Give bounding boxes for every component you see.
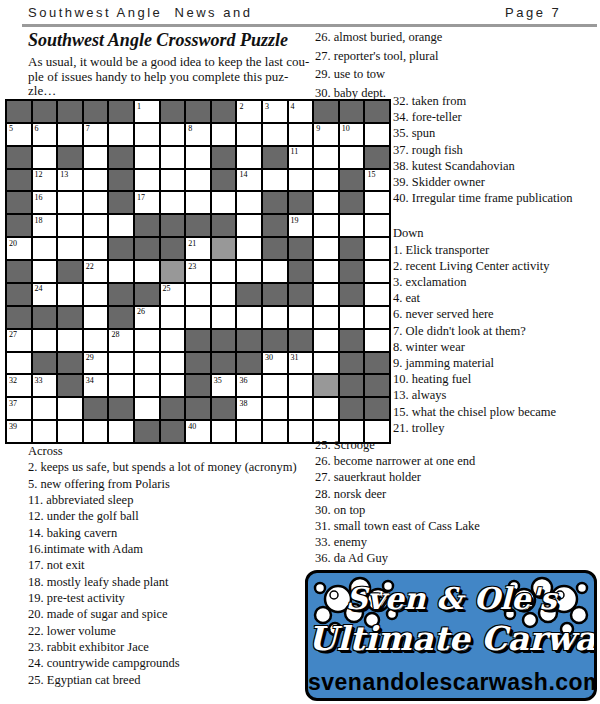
grid-cell[interactable]: 22 (84, 261, 108, 282)
grid-cell[interactable]: 30 (263, 353, 287, 374)
grid-cell[interactable] (212, 261, 236, 282)
grid-cell[interactable] (33, 261, 57, 282)
grid-cell[interactable] (365, 284, 389, 305)
block-cell (212, 215, 236, 236)
clue-line: 29. use to tow (315, 65, 442, 84)
clue-line: 1. Elick transporter (393, 242, 598, 258)
grid-cell[interactable]: 37 (7, 398, 31, 419)
grid-cell[interactable] (58, 421, 82, 442)
cell-number: 40 (186, 421, 210, 431)
grid-cell[interactable] (109, 261, 133, 282)
down-section-label: Down (393, 225, 598, 241)
grid-cell[interactable] (33, 398, 57, 419)
clue-line: 10. heating fuel (393, 371, 598, 387)
grid-cell[interactable]: 35 (212, 375, 236, 396)
grid-cell[interactable]: 18 (33, 215, 57, 236)
clue-line: 40. Irregular time frame publication (393, 190, 598, 206)
clue-line: 3. exclamation (393, 274, 598, 290)
grid-cell[interactable] (365, 238, 389, 259)
clue-line: 8. winter wear (393, 339, 598, 355)
block-cell (340, 101, 364, 122)
clue-line: 19. pre-test activity (28, 590, 318, 606)
grid-cell[interactable]: 20 (7, 238, 31, 259)
crossword-grid: 1234567891011121314151617181920212223242… (5, 99, 391, 444)
grid-cell[interactable] (314, 147, 338, 168)
block-cell (58, 147, 82, 168)
clue-line: 35. spun (393, 125, 598, 141)
grid-cell[interactable] (161, 192, 185, 213)
cell-number: 27 (7, 330, 31, 340)
clue-line: 17. not exit (28, 557, 318, 573)
grid-cell[interactable]: 1 (135, 101, 159, 122)
cell-number: 5 (7, 124, 31, 134)
grid-cell[interactable]: 10 (340, 124, 364, 145)
block-cell (340, 192, 364, 213)
block-cell (289, 238, 313, 259)
grid-cell[interactable]: 28 (109, 330, 133, 351)
grid-cell[interactable] (161, 124, 185, 145)
clue-line: 26. become narrower at one end (315, 453, 595, 469)
grid-cell[interactable] (237, 192, 261, 213)
cell-number: 16 (33, 192, 57, 202)
grid-cell[interactable] (289, 398, 313, 419)
intro-paragraph: As usual, it would be a good idea to kee… (28, 55, 309, 99)
clue-line: 14. baking cavern (28, 525, 318, 541)
cell-number: 8 (186, 124, 210, 134)
grid-cell[interactable] (314, 238, 338, 259)
block-cell (237, 330, 261, 351)
block-cell (135, 238, 159, 259)
clue-line: 33. enemy (315, 534, 595, 550)
block-cell (109, 238, 133, 259)
grid-cell[interactable] (289, 307, 313, 328)
grid-cell[interactable] (314, 215, 338, 236)
grid-cell[interactable] (84, 330, 108, 351)
block-cell (7, 284, 31, 305)
grid-cell[interactable]: 13 (58, 170, 82, 191)
grid-cell[interactable] (314, 398, 338, 419)
grid-cell[interactable] (135, 330, 159, 351)
block-cell (212, 330, 236, 351)
grid-cell[interactable]: 9 (314, 124, 338, 145)
grid-cell[interactable] (161, 353, 185, 374)
grid-cell[interactable]: 12 (33, 170, 57, 191)
cell-number: 13 (58, 170, 82, 180)
grid-cell[interactable] (161, 375, 185, 396)
cell-number: 22 (84, 261, 108, 271)
grid-cell[interactable] (365, 330, 389, 351)
block-cell (7, 261, 31, 282)
grid-cell[interactable] (289, 375, 313, 396)
clue-line: 27. sauerkraut holder (315, 469, 595, 485)
grid-cell[interactable] (33, 147, 57, 168)
block-cell (212, 353, 236, 374)
cell-number: 36 (237, 375, 261, 385)
grid-cell[interactable] (365, 124, 389, 145)
page-number: Page 7 (505, 5, 561, 20)
cell-number: 9 (314, 124, 338, 134)
block-cell (263, 147, 287, 168)
grid-cell[interactable] (212, 284, 236, 305)
cell-number: 35 (212, 375, 236, 385)
grid-cell[interactable] (237, 124, 261, 145)
grid-cell[interactable] (135, 398, 159, 419)
grid-cell[interactable] (161, 330, 185, 351)
across-section-label: Across (28, 443, 318, 459)
newsletter-name: Southwest Angle News and (28, 5, 252, 20)
cell-number: 26 (135, 307, 159, 317)
grid-cell[interactable] (212, 192, 236, 213)
grid-cell[interactable]: 34 (84, 375, 108, 396)
block-cell (263, 215, 287, 236)
clue-line: 15. what the chisel plow became (393, 404, 598, 420)
cell-number: 19 (289, 215, 313, 225)
block-cell (365, 353, 389, 374)
cell-number: 1 (135, 101, 159, 111)
clue-line: 4. eat (393, 290, 598, 306)
grid-cell[interactable] (58, 398, 82, 419)
grid-cell[interactable]: 15 (365, 170, 389, 191)
grid-cell[interactable] (33, 238, 57, 259)
grid-cell[interactable]: 7 (84, 124, 108, 145)
block-cell (7, 215, 31, 236)
block-cell (7, 307, 31, 328)
block-cell (186, 353, 210, 374)
block-cell (7, 101, 31, 122)
grid-cell[interactable] (84, 421, 108, 442)
clue-line: 7. Ole didn't look at them? (393, 323, 598, 339)
grid-cell[interactable] (365, 307, 389, 328)
grid-cell[interactable] (263, 261, 287, 282)
grid-cell[interactable] (84, 284, 108, 305)
grid-cell[interactable] (237, 261, 261, 282)
clue-line: 25. Egyptian cat breed (28, 672, 318, 688)
grid-cell[interactable] (237, 215, 261, 236)
block-cell (84, 398, 108, 419)
block-cell (135, 215, 159, 236)
block-cell (263, 238, 287, 259)
grid-cell[interactable]: 32 (7, 375, 31, 396)
cell-number: 14 (237, 170, 261, 180)
grid-cell[interactable] (186, 170, 210, 191)
block-cell (186, 215, 210, 236)
block-cell (263, 192, 287, 213)
block-cell (314, 101, 338, 122)
block-cell (340, 398, 364, 419)
grid-cell[interactable] (135, 170, 159, 191)
header-divider (22, 24, 597, 27)
grid-cell[interactable]: 38 (237, 398, 261, 419)
block-cell (365, 101, 389, 122)
grid-cell[interactable] (263, 375, 287, 396)
block-cell (340, 375, 364, 396)
grid-cell[interactable] (314, 284, 338, 305)
grid-cell[interactable]: 40 (186, 421, 210, 442)
cell-number: 15 (365, 170, 389, 180)
clue-line: 37. rough fish (393, 142, 598, 158)
block-cell (212, 170, 236, 191)
grid-cell[interactable] (161, 147, 185, 168)
clue-line: 20. made of sugar and spice (28, 606, 318, 622)
cell-number: 21 (186, 238, 210, 248)
block-cell (109, 284, 133, 305)
grid-cell[interactable] (33, 421, 57, 442)
grid-cell[interactable] (109, 124, 133, 145)
cell-number: 4 (289, 101, 313, 111)
block-cell (58, 375, 82, 396)
cell-number: 31 (289, 353, 313, 363)
grid-cell[interactable] (135, 353, 159, 374)
grid-cell[interactable] (263, 421, 287, 442)
block-cell (135, 284, 159, 305)
block-cell (212, 147, 236, 168)
grid-cell[interactable]: 23 (186, 261, 210, 282)
grid-cell[interactable] (135, 375, 159, 396)
grid-cell[interactable]: 19 (289, 215, 313, 236)
grid-cell[interactable]: 29 (84, 353, 108, 374)
block-cell (212, 101, 236, 122)
block-cell (109, 101, 133, 122)
grid-cell[interactable] (58, 284, 82, 305)
block-cell (33, 307, 57, 328)
grid-cell[interactable] (263, 398, 287, 419)
block-cell (58, 307, 82, 328)
clue-line: 2. keeps us safe, but spends a lot of mo… (28, 459, 318, 475)
block-cell (109, 307, 133, 328)
cell-number: 2 (237, 101, 261, 111)
grid-cell[interactable]: 26 (135, 307, 159, 328)
cell-number: 28 (109, 330, 133, 340)
block-cell (161, 398, 185, 419)
grid-cell[interactable] (186, 307, 210, 328)
grid-cell[interactable] (289, 421, 313, 442)
grid-cell[interactable] (365, 261, 389, 282)
grid-cell[interactable] (314, 307, 338, 328)
cell-number: 39 (7, 421, 31, 431)
grid-cell[interactable]: 36 (237, 375, 261, 396)
grid-cell[interactable] (314, 192, 338, 213)
grid-cell[interactable]: 25 (161, 284, 185, 305)
grid-cell[interactable] (340, 215, 364, 236)
cell-number: 38 (237, 398, 261, 408)
across-clues-right: 32. taken from34. fore-teller35. spun37.… (393, 93, 598, 206)
grid-cell[interactable]: 31 (289, 353, 313, 374)
grid-cell[interactable]: 24 (33, 284, 57, 305)
clue-line: 28. norsk deer (315, 486, 595, 502)
grid-cell[interactable]: 27 (7, 330, 31, 351)
grid-cell[interactable]: 17 (135, 192, 159, 213)
clue-line: 5. new offering from Polaris (28, 476, 318, 492)
grid-cell[interactable] (186, 147, 210, 168)
block-cell (237, 353, 261, 374)
block-cell (263, 284, 287, 305)
grid-cell[interactable]: 3 (263, 101, 287, 122)
grid-cell[interactable] (33, 330, 57, 351)
grid-cell[interactable] (365, 215, 389, 236)
clue-line: 9. jamming material (393, 355, 598, 371)
grid-cell[interactable] (84, 215, 108, 236)
grid-cell[interactable] (109, 215, 133, 236)
block-cell (109, 398, 133, 419)
grid-cell[interactable] (58, 124, 82, 145)
block-cell (365, 375, 389, 396)
block-cell (109, 170, 133, 191)
block-cell (365, 398, 389, 419)
grid-cell[interactable] (237, 238, 261, 259)
cell-number: 12 (33, 170, 57, 180)
grid-cell[interactable]: 6 (33, 124, 57, 145)
cell-number: 18 (33, 215, 57, 225)
clue-line: 2. recent Living Center activity (393, 258, 598, 274)
block-cell (161, 215, 185, 236)
clue-line: 22. lower volume (28, 623, 318, 639)
clue-line: 26. almost buried, orange (315, 28, 442, 47)
block-cell (340, 170, 364, 191)
clue-line: 21. trolley (393, 420, 598, 436)
cell-number: 17 (135, 192, 159, 202)
right-clue-column: 32. taken from34. fore-teller35. spun37.… (393, 93, 598, 436)
grid-cell[interactable] (263, 307, 287, 328)
grid-cell[interactable] (340, 307, 364, 328)
grid-cell[interactable] (135, 147, 159, 168)
block-cell (7, 192, 31, 213)
cell-number: 24 (33, 284, 57, 294)
grid-cell[interactable]: 8 (186, 124, 210, 145)
block-cell (314, 375, 338, 396)
grid-cell[interactable]: 4 (289, 101, 313, 122)
cell-number: 7 (84, 124, 108, 134)
block-cell (58, 261, 82, 282)
grid-cell[interactable] (237, 421, 261, 442)
clue-line: 38. kutest Scandahovian (393, 158, 598, 174)
block-cell (161, 261, 185, 282)
grid-cell[interactable] (212, 124, 236, 145)
cell-number: 30 (263, 353, 287, 363)
grid-cell[interactable] (289, 170, 313, 191)
grid-cell[interactable] (84, 147, 108, 168)
grid-cell[interactable] (84, 170, 108, 191)
grid-cell[interactable] (314, 353, 338, 374)
block-cell (263, 330, 287, 351)
grid-cell[interactable] (161, 307, 185, 328)
grid-cell[interactable] (212, 307, 236, 328)
clue-line: 16.intimate with Adam (28, 541, 318, 557)
carwash-ad: Sven & Ole's Ultimate Carwash svenandole… (305, 570, 597, 701)
clue-line: 23. rabbit exhibitor Jace (28, 639, 318, 655)
grid-cell[interactable] (84, 307, 108, 328)
grid-cell[interactable] (135, 124, 159, 145)
block-cell (109, 192, 133, 213)
clue-line: 30. on top (315, 502, 595, 518)
grid-cell[interactable] (365, 192, 389, 213)
down-clues-right: 1. Elick transporter2. recent Living Cen… (393, 242, 598, 436)
grid-cell[interactable]: 2 (237, 101, 261, 122)
grid-cell[interactable] (186, 192, 210, 213)
grid-cell[interactable] (58, 215, 82, 236)
grid-cell[interactable] (109, 421, 133, 442)
block-cell (340, 353, 364, 374)
grid-cell[interactable] (58, 238, 82, 259)
grid-cell[interactable] (84, 238, 108, 259)
grid-cell[interactable]: 33 (33, 375, 57, 396)
grid-cell[interactable]: 16 (33, 192, 57, 213)
clue-line: 36. da Ad Guy (315, 550, 595, 566)
clue-line: 39. Skidder owner (393, 174, 598, 190)
grid-cell[interactable] (109, 353, 133, 374)
cell-number: 23 (186, 261, 210, 271)
block-cell (161, 421, 185, 442)
block-cell (212, 398, 236, 419)
grid-cell[interactable]: 39 (7, 421, 31, 442)
grid-cell[interactable] (109, 375, 133, 396)
grid-cell[interactable] (314, 170, 338, 191)
cell-number: 3 (263, 101, 287, 111)
block-cell (340, 261, 364, 282)
block-cell (7, 170, 31, 191)
grid-cell[interactable]: 5 (7, 124, 31, 145)
block-cell (186, 330, 210, 351)
grid-cell[interactable]: 21 (186, 238, 210, 259)
grid-cell[interactable] (212, 421, 236, 442)
block-cell (7, 147, 31, 168)
grid-cell[interactable] (263, 124, 287, 145)
clue-line: 12. under the golf ball (28, 508, 318, 524)
block-cell (289, 284, 313, 305)
grid-cell[interactable] (314, 330, 338, 351)
clue-line: 18. mostly leafy shade plant (28, 574, 318, 590)
block-cell (289, 192, 313, 213)
block-cell (186, 398, 210, 419)
ad-business-name: Sven & Ole's (308, 581, 594, 616)
down-clues-lower: 25. Scrooge26. become narrower at one en… (315, 437, 595, 567)
block-cell (186, 375, 210, 396)
grid-cell[interactable] (135, 261, 159, 282)
grid-cell[interactable]: 14 (237, 170, 261, 191)
grid-cell[interactable] (186, 284, 210, 305)
grid-cell[interactable] (58, 330, 82, 351)
cell-number: 11 (289, 147, 313, 157)
cell-number: 32 (7, 375, 31, 385)
puzzle-title: Southwest Angle Crossword Puzzle (28, 30, 288, 51)
block-cell (186, 101, 210, 122)
ad-website-url: svenandolescarwash.com (308, 669, 594, 696)
block-cell (289, 330, 313, 351)
block-cell (161, 238, 185, 259)
grid-cell[interactable] (289, 124, 313, 145)
block-cell (135, 421, 159, 442)
grid-cell[interactable] (84, 192, 108, 213)
clue-line: 32. taken from (393, 93, 598, 109)
grid-cell[interactable] (58, 192, 82, 213)
block-cell (340, 284, 364, 305)
cell-number: 20 (7, 238, 31, 248)
grid-cell[interactable] (314, 261, 338, 282)
grid-cell[interactable] (340, 147, 364, 168)
clue-line: 31. small town east of Cass Lake (315, 518, 595, 534)
block-cell (58, 353, 82, 374)
across-clues-top-right: 26. almost buried, orange27. reporter's … (315, 28, 442, 102)
grid-cell[interactable]: 11 (289, 147, 313, 168)
grid-cell[interactable] (237, 307, 261, 328)
grid-cell[interactable] (7, 353, 31, 374)
grid-cell[interactable] (237, 147, 261, 168)
grid-cell[interactable] (263, 170, 287, 191)
grid-cell[interactable] (161, 170, 185, 191)
clue-line: 11. abbreviated sleep (28, 492, 318, 508)
block-cell (212, 238, 236, 259)
cell-number: 10 (340, 124, 364, 134)
cell-number: 6 (33, 124, 57, 134)
